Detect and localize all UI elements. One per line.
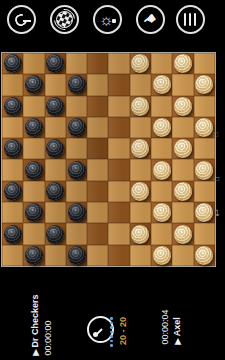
white-piece[interactable] (131, 97, 149, 116)
board-square[interactable] (194, 138, 215, 159)
board-square[interactable] (151, 138, 172, 159)
board-square[interactable] (23, 96, 44, 117)
white-piece[interactable] (174, 182, 192, 201)
board-square[interactable] (66, 53, 87, 74)
board-square[interactable] (87, 223, 108, 244)
player-left-time: 00:00:00 (42, 294, 54, 355)
board-square[interactable] (108, 245, 129, 266)
board-square[interactable] (130, 159, 151, 180)
board-square[interactable] (23, 138, 44, 159)
board-square[interactable] (194, 96, 215, 117)
board-square[interactable] (194, 223, 215, 244)
board-square[interactable] (108, 223, 129, 244)
board-square[interactable] (130, 245, 151, 266)
black-piece[interactable] (25, 246, 43, 265)
black-piece[interactable] (25, 203, 43, 222)
white-piece[interactable] (174, 97, 192, 116)
white-piece[interactable] (153, 246, 171, 265)
board-square[interactable] (108, 96, 129, 117)
board-square[interactable] (23, 159, 44, 180)
board-square[interactable] (151, 181, 172, 202)
turn-indicator-left: ▶ (30, 349, 42, 355)
turn-indicator-right: ▶ (172, 338, 184, 344)
board-square[interactable] (172, 202, 193, 223)
board-square[interactable] (108, 53, 129, 74)
board[interactable] (1, 52, 216, 267)
black-piece[interactable] (25, 75, 43, 94)
board-square[interactable] (87, 181, 108, 202)
board-square[interactable] (23, 245, 44, 266)
back-button[interactable]: ↩ (212, 209, 222, 217)
board-square[interactable] (2, 181, 23, 202)
board-square[interactable] (87, 138, 108, 159)
black-piece[interactable] (4, 54, 22, 73)
board-square[interactable] (23, 74, 44, 95)
board-square[interactable] (172, 74, 193, 95)
black-piece[interactable] (68, 118, 86, 137)
player-right-name: Axel (172, 317, 182, 336)
app-screen: ☼ ☚ ▶Dr Checkers 00:00:00 20 - 20 00:00:… (0, 0, 225, 360)
black-piece[interactable] (46, 182, 64, 201)
black-piece[interactable] (68, 246, 86, 265)
board-square[interactable] (23, 202, 44, 223)
board-square[interactable] (130, 138, 151, 159)
board-square[interactable] (23, 53, 44, 74)
board-square[interactable] (45, 117, 66, 138)
black-piece[interactable] (4, 182, 22, 201)
white-piece[interactable] (131, 225, 149, 244)
black-piece[interactable] (25, 161, 43, 180)
player-left-block: ▶Dr Checkers 00:00:00 (29, 294, 54, 355)
board-square[interactable] (130, 117, 151, 138)
level-dots (110, 317, 113, 349)
board-square[interactable] (194, 181, 215, 202)
hand-icon: ☚ (140, 9, 160, 29)
player-right-time: 00:00:04 (159, 309, 171, 344)
black-piece[interactable] (46, 54, 64, 73)
board-square[interactable] (45, 223, 66, 244)
board-square[interactable] (130, 96, 151, 117)
board-square[interactable] (45, 245, 66, 266)
hint-button[interactable]: ☼ (93, 5, 122, 34)
board-square[interactable] (172, 138, 193, 159)
move-hand-button[interactable]: ☚ (136, 5, 165, 34)
board-square[interactable] (172, 96, 193, 117)
board-square[interactable] (45, 138, 66, 159)
board-square[interactable] (172, 159, 193, 180)
board-square[interactable] (87, 96, 108, 117)
white-piece[interactable] (153, 75, 171, 94)
board-square[interactable] (151, 53, 172, 74)
board-square[interactable] (66, 159, 87, 180)
board-square[interactable] (194, 53, 215, 74)
black-piece[interactable] (68, 161, 86, 180)
black-piece[interactable] (4, 225, 22, 244)
board-square[interactable] (108, 159, 129, 180)
player-left-name: Dr Checkers (30, 294, 40, 347)
board-square[interactable] (2, 159, 23, 180)
recents-button[interactable]: □ (212, 132, 219, 136)
black-piece[interactable] (4, 139, 22, 158)
board-square[interactable] (108, 74, 129, 95)
black-piece[interactable] (68, 203, 86, 222)
board-square[interactable] (130, 202, 151, 223)
board-square[interactable] (194, 245, 215, 266)
board-square[interactable] (2, 245, 23, 266)
new-game-button[interactable] (50, 5, 79, 34)
board-square[interactable] (172, 53, 193, 74)
board-square[interactable] (2, 96, 23, 117)
board-square[interactable] (45, 181, 66, 202)
board-square[interactable] (151, 202, 172, 223)
board-square[interactable] (194, 74, 215, 95)
board-square[interactable] (66, 245, 87, 266)
black-piece[interactable] (46, 139, 64, 158)
white-piece[interactable] (195, 203, 213, 222)
board-square[interactable] (130, 181, 151, 202)
board-square[interactable] (130, 53, 151, 74)
white-piece[interactable] (153, 118, 171, 137)
white-piece[interactable] (131, 182, 149, 201)
board-square[interactable] (23, 117, 44, 138)
board-square[interactable] (45, 159, 66, 180)
board-square[interactable] (172, 223, 193, 244)
white-piece[interactable] (195, 75, 213, 94)
board-square[interactable] (108, 138, 129, 159)
board-square[interactable] (87, 117, 108, 138)
board-square[interactable] (66, 138, 87, 159)
home-button[interactable]: ⌂ (211, 176, 221, 181)
white-piece[interactable] (153, 161, 171, 180)
board-square[interactable] (2, 202, 23, 223)
board-square[interactable] (2, 117, 23, 138)
board-square[interactable] (2, 74, 23, 95)
board-square[interactable] (108, 181, 129, 202)
white-piece[interactable] (174, 139, 192, 158)
white-piece[interactable] (195, 246, 213, 265)
undo-button[interactable] (7, 5, 36, 34)
piece-count: 20 - 20 (117, 317, 129, 345)
board-square[interactable] (87, 53, 108, 74)
board-square[interactable] (66, 181, 87, 202)
board-square[interactable] (172, 117, 193, 138)
black-piece[interactable] (68, 75, 86, 94)
board-square[interactable] (151, 117, 172, 138)
board-square[interactable] (66, 223, 87, 244)
board-square[interactable] (2, 53, 23, 74)
board-square[interactable] (151, 245, 172, 266)
system-nav-bar: □ ⌂ ↩ (213, 0, 225, 360)
menu-icon (184, 13, 197, 26)
board-square[interactable] (151, 159, 172, 180)
board-square[interactable] (151, 96, 172, 117)
board-square[interactable] (66, 74, 87, 95)
board-square[interactable] (23, 223, 44, 244)
white-piece[interactable] (153, 203, 171, 222)
white-piece[interactable] (131, 54, 149, 73)
board-square[interactable] (45, 53, 66, 74)
board-square[interactable] (87, 159, 108, 180)
board-square[interactable] (87, 202, 108, 223)
white-piece[interactable] (174, 225, 192, 244)
white-piece[interactable] (131, 139, 149, 158)
board-square[interactable] (87, 245, 108, 266)
board-square[interactable] (45, 96, 66, 117)
board-square[interactable] (151, 223, 172, 244)
board-square[interactable] (23, 181, 44, 202)
white-piece[interactable] (174, 54, 192, 73)
black-piece[interactable] (4, 97, 22, 116)
black-piece[interactable] (46, 225, 64, 244)
board-square[interactable] (66, 202, 87, 223)
board-square[interactable] (45, 74, 66, 95)
board-square[interactable] (108, 202, 129, 223)
board-square[interactable] (2, 138, 23, 159)
board-square[interactable] (2, 223, 23, 244)
board-square[interactable] (66, 96, 87, 117)
board-square[interactable] (66, 117, 87, 138)
board-square[interactable] (172, 245, 193, 266)
board-square[interactable] (45, 202, 66, 223)
menu-button[interactable] (176, 5, 205, 34)
board-square[interactable] (172, 181, 193, 202)
board-square[interactable] (108, 117, 129, 138)
board-square[interactable] (151, 74, 172, 95)
board-square[interactable] (130, 74, 151, 95)
black-piece[interactable] (25, 118, 43, 137)
black-piece[interactable] (46, 97, 64, 116)
player-right-block: 00:00:04 ▶Axel (159, 309, 184, 344)
board-square[interactable] (87, 74, 108, 95)
board-square[interactable] (130, 223, 151, 244)
